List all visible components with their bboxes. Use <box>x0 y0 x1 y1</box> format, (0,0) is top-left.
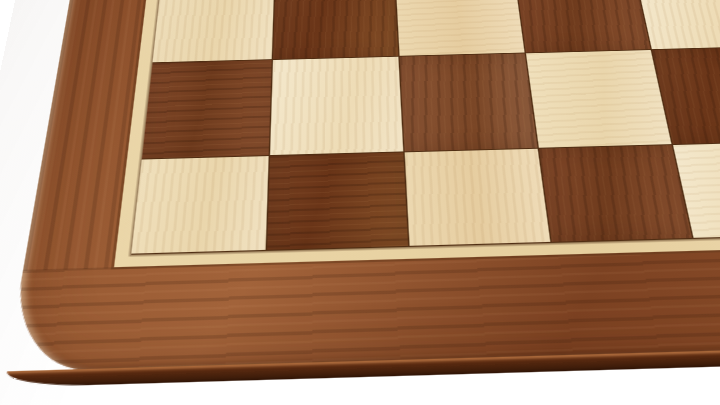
board-square[interactable] <box>395 0 524 56</box>
photo-canvas <box>0 0 720 405</box>
board-square[interactable] <box>267 152 408 249</box>
board-square[interactable] <box>405 149 551 246</box>
board-square[interactable] <box>273 0 398 59</box>
board-square[interactable] <box>515 0 651 52</box>
board-square[interactable] <box>142 60 272 159</box>
board-square[interactable] <box>270 57 403 155</box>
board-square[interactable] <box>153 0 275 62</box>
board-squares-grid <box>131 0 720 255</box>
board-square[interactable] <box>539 145 692 242</box>
board-square[interactable] <box>400 53 538 151</box>
board-square[interactable] <box>526 50 672 148</box>
chess-board <box>0 0 720 405</box>
board-square[interactable] <box>131 156 268 254</box>
